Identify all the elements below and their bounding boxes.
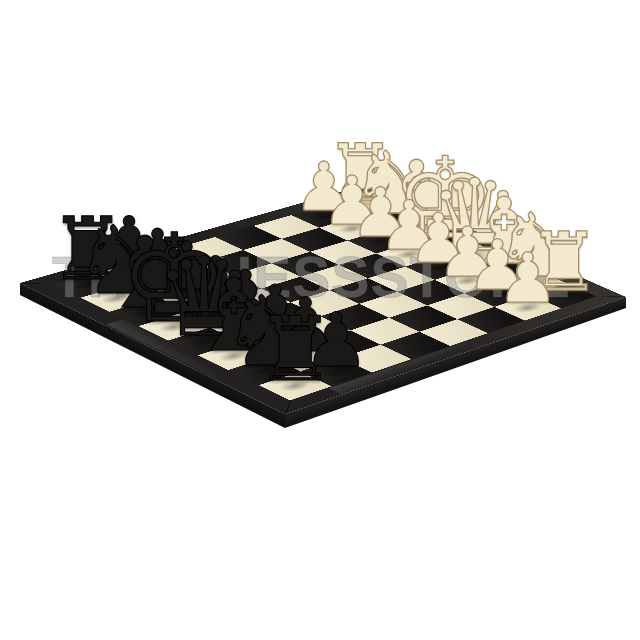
piece-black-rook-a8[interactable]: ♜ [235, 305, 355, 394]
piece-white-pawn-a2[interactable]: ♟ [468, 244, 588, 313]
product-photo-scene: THECHESSSTORE ♜♞♝♛♚♝♞♜♟♟♟♟♟♟♟♟♟♟♟♟♟♟♟♟♜♞… [0, 0, 640, 640]
mitre-seam [285, 400, 291, 414]
